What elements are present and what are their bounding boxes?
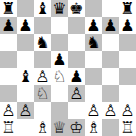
square-b4[interactable]: ♝	[17, 68, 34, 85]
piece-black-knight: ♞	[86, 34, 100, 51]
square-e5[interactable]	[68, 51, 85, 68]
square-b2[interactable]: ♙	[17, 102, 34, 119]
square-g4[interactable]	[102, 68, 119, 85]
piece-black-bishop: ♝	[18, 68, 32, 85]
square-a6[interactable]	[0, 34, 17, 51]
square-f4[interactable]	[85, 68, 102, 85]
square-b6[interactable]	[17, 34, 34, 51]
square-f8[interactable]	[85, 0, 102, 17]
square-d1[interactable]: ♕	[51, 119, 68, 136]
piece-black-pawn: ♟	[18, 17, 32, 34]
square-e8[interactable]: ♚	[68, 0, 85, 17]
square-a1[interactable]: ♖	[0, 119, 17, 136]
square-d7[interactable]	[51, 17, 68, 34]
square-a7[interactable]: ♟	[0, 17, 17, 34]
piece-black-bishop: ♝	[35, 0, 49, 17]
square-h8[interactable]: ♜	[119, 0, 136, 17]
square-c2[interactable]	[34, 102, 51, 119]
square-e2[interactable]	[68, 102, 85, 119]
square-h7[interactable]: ♟	[119, 17, 136, 34]
square-a2[interactable]: ♙	[0, 102, 17, 119]
square-b1[interactable]	[17, 119, 34, 136]
square-b7[interactable]: ♟	[17, 17, 34, 34]
piece-white-king: ♔	[69, 119, 83, 136]
piece-white-pawn: ♙	[69, 85, 83, 102]
piece-white-rook: ♖	[120, 119, 134, 136]
square-c3[interactable]: ♘	[34, 85, 51, 102]
square-f2[interactable]: ♙	[85, 102, 102, 119]
square-h3[interactable]	[119, 85, 136, 102]
piece-black-rook: ♜	[120, 0, 134, 17]
square-h6[interactable]	[119, 34, 136, 51]
square-a5[interactable]	[0, 51, 17, 68]
piece-white-knight: ♘	[35, 85, 49, 102]
piece-white-pawn: ♙	[18, 102, 32, 119]
piece-white-queen: ♕	[52, 119, 66, 136]
square-d3[interactable]	[51, 85, 68, 102]
square-g8[interactable]	[102, 0, 119, 17]
square-f1[interactable]: ♗	[85, 119, 102, 136]
chess-board: ♜♝♛♚♜♟♟♟♟♟♞♞♟♝♙♘♟♘♙♙♙♙♙♙♖♗♕♔♗♖	[0, 0, 136, 136]
square-e4[interactable]: ♟	[68, 68, 85, 85]
piece-black-rook: ♜	[1, 0, 15, 17]
square-d8[interactable]: ♛	[51, 0, 68, 17]
square-g7[interactable]: ♟	[102, 17, 119, 34]
square-b8[interactable]	[17, 0, 34, 17]
piece-black-pawn: ♟	[52, 51, 66, 68]
square-c1[interactable]: ♗	[34, 119, 51, 136]
square-f7[interactable]: ♟	[85, 17, 102, 34]
square-e1[interactable]: ♔	[68, 119, 85, 136]
piece-white-knight: ♘	[52, 68, 66, 85]
square-a8[interactable]: ♜	[0, 0, 17, 17]
square-e3[interactable]: ♙	[68, 85, 85, 102]
piece-black-king: ♚	[69, 0, 83, 17]
piece-black-pawn: ♟	[1, 17, 15, 34]
square-g6[interactable]	[102, 34, 119, 51]
piece-white-rook: ♖	[1, 119, 15, 136]
square-g2[interactable]: ♙	[102, 102, 119, 119]
square-f5[interactable]	[85, 51, 102, 68]
square-d6[interactable]	[51, 34, 68, 51]
piece-white-pawn: ♙	[86, 102, 100, 119]
piece-white-bishop: ♗	[86, 119, 100, 136]
piece-white-pawn: ♙	[120, 102, 134, 119]
square-c5[interactable]	[34, 51, 51, 68]
square-c4[interactable]: ♙	[34, 68, 51, 85]
square-b5[interactable]	[17, 51, 34, 68]
piece-black-knight: ♞	[35, 34, 49, 51]
square-h1[interactable]: ♖	[119, 119, 136, 136]
piece-white-pawn: ♙	[35, 68, 49, 85]
square-b3[interactable]	[17, 85, 34, 102]
square-c8[interactable]: ♝	[34, 0, 51, 17]
piece-white-pawn: ♙	[103, 102, 117, 119]
square-f3[interactable]	[85, 85, 102, 102]
piece-black-pawn: ♟	[69, 68, 83, 85]
square-c7[interactable]	[34, 17, 51, 34]
square-c6[interactable]: ♞	[34, 34, 51, 51]
square-e6[interactable]	[68, 34, 85, 51]
piece-white-pawn: ♙	[1, 102, 15, 119]
piece-white-bishop: ♗	[35, 119, 49, 136]
square-g3[interactable]	[102, 85, 119, 102]
square-h2[interactable]: ♙	[119, 102, 136, 119]
square-h4[interactable]	[119, 68, 136, 85]
square-h5[interactable]	[119, 51, 136, 68]
square-g1[interactable]	[102, 119, 119, 136]
square-d2[interactable]	[51, 102, 68, 119]
square-d5[interactable]: ♟	[51, 51, 68, 68]
square-d4[interactable]: ♘	[51, 68, 68, 85]
piece-black-queen: ♛	[52, 0, 66, 17]
square-a3[interactable]	[0, 85, 17, 102]
square-f6[interactable]: ♞	[85, 34, 102, 51]
square-a4[interactable]	[0, 68, 17, 85]
piece-black-pawn: ♟	[120, 17, 134, 34]
piece-black-pawn: ♟	[86, 17, 100, 34]
square-g5[interactable]	[102, 51, 119, 68]
piece-black-pawn: ♟	[103, 17, 117, 34]
square-e7[interactable]	[68, 17, 85, 34]
